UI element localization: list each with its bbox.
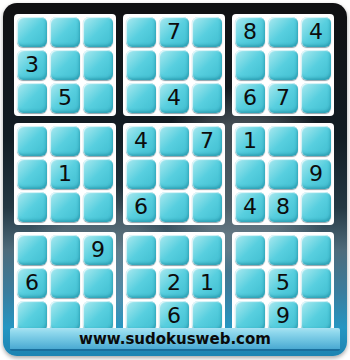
cell-r3c2[interactable]: 5	[50, 83, 80, 113]
given-digit: 4	[167, 87, 181, 109]
sudoku-box-6: 1948	[232, 123, 334, 225]
cell-r6c1[interactable]	[17, 192, 47, 222]
cell-r6c8[interactable]: 8	[268, 192, 298, 222]
cell-r4c5[interactable]	[159, 126, 189, 156]
cell-r6c4[interactable]: 6	[126, 192, 156, 222]
cell-r4c9[interactable]	[301, 126, 331, 156]
cell-r4c1[interactable]	[17, 126, 47, 156]
cell-r4c2[interactable]	[50, 126, 80, 156]
cell-r9c3[interactable]	[83, 301, 113, 331]
cell-r4c7[interactable]: 1	[235, 126, 265, 156]
given-digit: 9	[309, 163, 323, 185]
given-digit: 7	[200, 130, 214, 152]
given-digit: 6	[25, 272, 39, 294]
cell-r2c1[interactable]: 3	[17, 50, 47, 80]
cell-r5c2[interactable]: 1	[50, 159, 80, 189]
given-digit: 4	[243, 196, 257, 218]
cell-r5c9[interactable]: 9	[301, 159, 331, 189]
cell-r2c3[interactable]	[83, 50, 113, 80]
cell-r2c9[interactable]	[301, 50, 331, 80]
sudoku-box-2: 74	[123, 14, 225, 116]
given-digit: 9	[91, 239, 105, 261]
cell-r9c8[interactable]: 9	[268, 301, 298, 331]
given-digit: 3	[25, 54, 39, 76]
given-digit: 7	[276, 87, 290, 109]
cell-r3c5[interactable]: 4	[159, 83, 189, 113]
cell-r4c8[interactable]	[268, 126, 298, 156]
sudoku-box-1: 35	[14, 14, 116, 116]
given-digit: 8	[243, 21, 257, 43]
cell-r8c8[interactable]: 5	[268, 268, 298, 298]
sudoku-box-7: 96	[14, 232, 116, 334]
cell-r5c6[interactable]	[192, 159, 222, 189]
cell-r6c7[interactable]: 4	[235, 192, 265, 222]
cell-r6c5[interactable]	[159, 192, 189, 222]
cell-r8c2[interactable]	[50, 268, 80, 298]
cell-r3c4[interactable]	[126, 83, 156, 113]
cell-r9c2[interactable]	[50, 301, 80, 331]
sudoku-box-8: 216	[123, 232, 225, 334]
cell-r7c5[interactable]	[159, 235, 189, 265]
cell-r2c8[interactable]	[268, 50, 298, 80]
given-digit: 1	[58, 163, 72, 185]
given-digit: 5	[58, 87, 72, 109]
cell-r4c3[interactable]	[83, 126, 113, 156]
given-digit: 1	[243, 130, 257, 152]
given-digit: 6	[243, 87, 257, 109]
given-digit: 4	[134, 130, 148, 152]
cell-r1c7[interactable]: 8	[235, 17, 265, 47]
cell-r2c4[interactable]	[126, 50, 156, 80]
cell-r7c9[interactable]	[301, 235, 331, 265]
cell-r7c4[interactable]	[126, 235, 156, 265]
cell-r1c4[interactable]	[126, 17, 156, 47]
cell-r8c9[interactable]	[301, 268, 331, 298]
sudoku-box-9: 59	[232, 232, 334, 334]
given-digit: 6	[167, 305, 181, 327]
cell-r5c1[interactable]	[17, 159, 47, 189]
cell-r8c7[interactable]	[235, 268, 265, 298]
cell-r7c7[interactable]	[235, 235, 265, 265]
given-digit: 7	[167, 21, 181, 43]
cell-r1c9[interactable]: 4	[301, 17, 331, 47]
cell-r9c6[interactable]	[192, 301, 222, 331]
cell-r1c8[interactable]	[268, 17, 298, 47]
cell-r3c3[interactable]	[83, 83, 113, 113]
cell-r5c5[interactable]	[159, 159, 189, 189]
given-digit: 9	[276, 305, 290, 327]
cell-r3c9[interactable]	[301, 83, 331, 113]
board-frame: 35748467147619489621659 www.sudokusweb.c…	[3, 3, 347, 356]
cell-r9c5[interactable]: 6	[159, 301, 189, 331]
website-url[interactable]: www.sudokusweb.com	[79, 330, 271, 348]
cell-r4c6[interactable]: 7	[192, 126, 222, 156]
cell-r1c1[interactable]	[17, 17, 47, 47]
cell-r7c3[interactable]: 9	[83, 235, 113, 265]
cell-r7c6[interactable]	[192, 235, 222, 265]
cell-r1c3[interactable]	[83, 17, 113, 47]
cell-r7c1[interactable]	[17, 235, 47, 265]
cell-r5c7[interactable]	[235, 159, 265, 189]
cell-r7c8[interactable]	[268, 235, 298, 265]
cell-r9c7[interactable]	[235, 301, 265, 331]
sudoku-box-3: 8467	[232, 14, 334, 116]
cell-r9c9[interactable]	[301, 301, 331, 331]
sudoku-board: 35748467147619489621659	[14, 14, 334, 334]
cell-r7c2[interactable]	[50, 235, 80, 265]
cell-r1c5[interactable]: 7	[159, 17, 189, 47]
given-digit: 8	[276, 196, 290, 218]
cell-r3c1[interactable]	[17, 83, 47, 113]
cell-r8c6[interactable]: 1	[192, 268, 222, 298]
cell-r6c2[interactable]	[50, 192, 80, 222]
cell-r8c1[interactable]: 6	[17, 268, 47, 298]
cell-r1c2[interactable]	[50, 17, 80, 47]
cell-r3c8[interactable]: 7	[268, 83, 298, 113]
cell-r5c3[interactable]	[83, 159, 113, 189]
cell-r2c2[interactable]	[50, 50, 80, 80]
cell-r8c4[interactable]	[126, 268, 156, 298]
cell-r9c1[interactable]	[17, 301, 47, 331]
cell-r6c6[interactable]	[192, 192, 222, 222]
given-digit: 2	[167, 272, 181, 294]
given-digit: 4	[309, 21, 323, 43]
cell-r2c6[interactable]	[192, 50, 222, 80]
cell-r3c6[interactable]	[192, 83, 222, 113]
sudoku-box-5: 476	[123, 123, 225, 225]
given-digit: 6	[134, 196, 148, 218]
cell-r5c4[interactable]	[126, 159, 156, 189]
cell-r6c9[interactable]	[301, 192, 331, 222]
cell-r3c7[interactable]: 6	[235, 83, 265, 113]
cell-r6c3[interactable]	[83, 192, 113, 222]
footer-bar: www.sudokusweb.com	[10, 328, 340, 351]
sudoku-box-4: 1	[14, 123, 116, 225]
cell-r4c4[interactable]: 4	[126, 126, 156, 156]
cell-r1c6[interactable]	[192, 17, 222, 47]
cell-r8c5[interactable]: 2	[159, 268, 189, 298]
cell-r5c8[interactable]	[268, 159, 298, 189]
given-digit: 1	[200, 272, 214, 294]
cell-r2c7[interactable]	[235, 50, 265, 80]
cell-r2c5[interactable]	[159, 50, 189, 80]
cell-r9c4[interactable]	[126, 301, 156, 331]
cell-r8c3[interactable]	[83, 268, 113, 298]
given-digit: 5	[276, 272, 290, 294]
